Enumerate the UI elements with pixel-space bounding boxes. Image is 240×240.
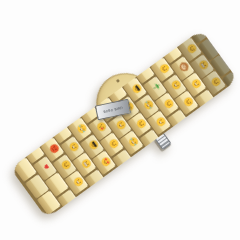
case-pin-dot (116, 79, 120, 83)
watch-band (10, 30, 237, 219)
wooden-watch (10, 30, 237, 219)
product-photo: BOBO BIRD (0, 0, 240, 240)
brand-engraving: BOBO BIRD (103, 106, 123, 114)
